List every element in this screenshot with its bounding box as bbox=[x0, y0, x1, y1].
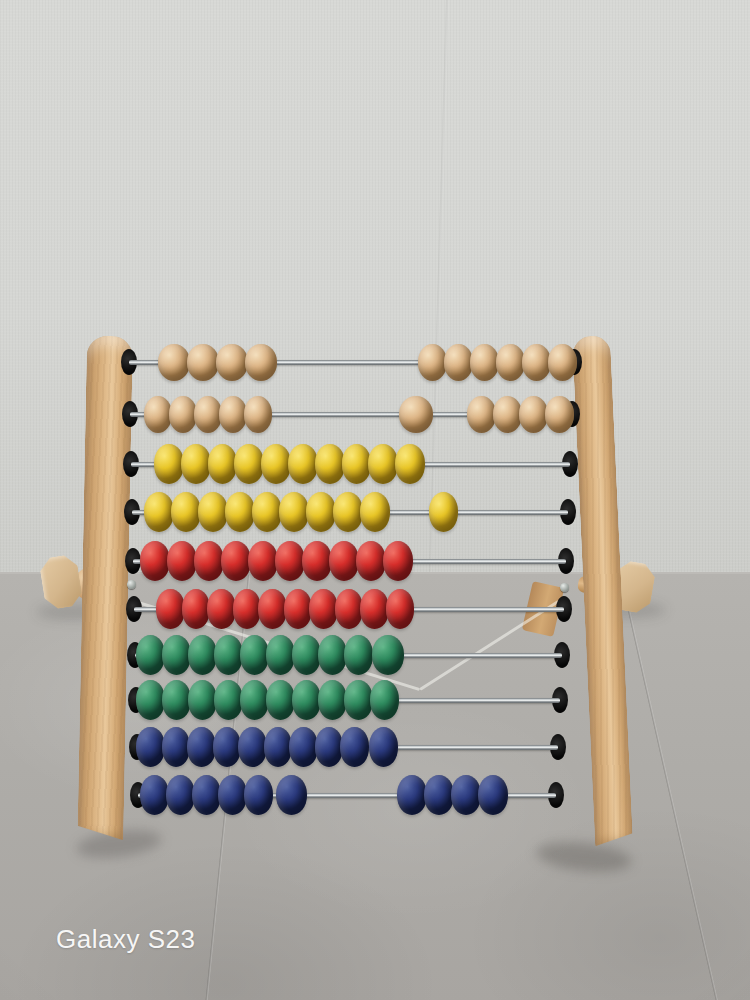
bead[interactable] bbox=[188, 680, 217, 720]
bead[interactable] bbox=[248, 541, 278, 581]
bead[interactable] bbox=[275, 541, 305, 581]
bead[interactable] bbox=[234, 444, 264, 484]
bead[interactable] bbox=[166, 775, 195, 815]
bead[interactable] bbox=[154, 444, 184, 484]
bead[interactable] bbox=[266, 680, 295, 720]
bead[interactable] bbox=[266, 635, 295, 675]
bead[interactable] bbox=[221, 541, 251, 581]
support-screw bbox=[560, 583, 569, 592]
bead[interactable] bbox=[386, 589, 415, 629]
wallpaper-seam bbox=[429, 0, 449, 572]
bead[interactable] bbox=[342, 444, 372, 484]
bead[interactable] bbox=[344, 680, 373, 720]
bead[interactable] bbox=[244, 775, 273, 815]
bead[interactable] bbox=[169, 396, 197, 433]
bead[interactable] bbox=[383, 541, 413, 581]
bead[interactable] bbox=[418, 344, 447, 381]
bead[interactable] bbox=[207, 589, 236, 629]
bead[interactable] bbox=[292, 635, 321, 675]
bead[interactable] bbox=[258, 589, 287, 629]
bead[interactable] bbox=[136, 727, 165, 767]
bead[interactable] bbox=[218, 775, 247, 815]
bead[interactable] bbox=[429, 492, 458, 532]
bead[interactable] bbox=[162, 635, 191, 675]
bead[interactable] bbox=[289, 727, 318, 767]
watermark: Galaxy S23 bbox=[56, 924, 195, 955]
bead[interactable] bbox=[545, 396, 574, 433]
bead[interactable] bbox=[315, 444, 345, 484]
bead[interactable] bbox=[318, 680, 347, 720]
bead[interactable] bbox=[214, 635, 243, 675]
bead[interactable] bbox=[158, 344, 190, 381]
bead[interactable] bbox=[360, 589, 389, 629]
bead[interactable] bbox=[261, 444, 291, 484]
bead[interactable] bbox=[496, 344, 525, 381]
bead[interactable] bbox=[309, 589, 338, 629]
bead[interactable] bbox=[397, 775, 427, 815]
bead[interactable] bbox=[240, 680, 269, 720]
bead[interactable] bbox=[219, 396, 247, 433]
bead[interactable] bbox=[478, 775, 508, 815]
bead[interactable] bbox=[306, 492, 336, 532]
bead[interactable] bbox=[368, 444, 398, 484]
bead[interactable] bbox=[344, 635, 373, 675]
bead[interactable] bbox=[156, 589, 185, 629]
bead[interactable] bbox=[238, 727, 267, 767]
bead[interactable] bbox=[292, 680, 321, 720]
bead[interactable] bbox=[208, 444, 238, 484]
bead[interactable] bbox=[470, 344, 499, 381]
bead[interactable] bbox=[233, 589, 262, 629]
bead[interactable] bbox=[198, 492, 228, 532]
bead[interactable] bbox=[333, 492, 363, 532]
bead[interactable] bbox=[284, 589, 313, 629]
bead[interactable] bbox=[356, 541, 386, 581]
bead[interactable] bbox=[315, 727, 344, 767]
bead[interactable] bbox=[192, 775, 221, 815]
bead[interactable] bbox=[329, 541, 359, 581]
bead[interactable] bbox=[519, 396, 548, 433]
bead[interactable] bbox=[171, 492, 201, 532]
bead[interactable] bbox=[244, 396, 272, 433]
bead[interactable] bbox=[187, 344, 219, 381]
bead[interactable] bbox=[467, 396, 496, 433]
bead[interactable] bbox=[140, 541, 170, 581]
bead[interactable] bbox=[194, 541, 224, 581]
bead[interactable] bbox=[493, 396, 522, 433]
bead[interactable] bbox=[216, 344, 248, 381]
support-screw bbox=[127, 580, 136, 589]
bead[interactable] bbox=[399, 396, 433, 433]
bead[interactable] bbox=[182, 589, 211, 629]
tile-grout-line bbox=[621, 580, 719, 1000]
bead[interactable] bbox=[522, 344, 551, 381]
bead[interactable] bbox=[370, 680, 399, 720]
bead[interactable] bbox=[360, 492, 390, 532]
bead[interactable] bbox=[395, 444, 425, 484]
bead[interactable] bbox=[302, 541, 332, 581]
bead[interactable] bbox=[144, 396, 172, 433]
bead[interactable] bbox=[188, 635, 217, 675]
bead[interactable] bbox=[194, 396, 222, 433]
bead[interactable] bbox=[318, 635, 347, 675]
bead[interactable] bbox=[214, 680, 243, 720]
bead[interactable] bbox=[162, 727, 191, 767]
bead[interactable] bbox=[140, 775, 169, 815]
bead[interactable] bbox=[181, 444, 211, 484]
bead[interactable] bbox=[187, 727, 216, 767]
photo-scene: Galaxy S23 bbox=[0, 0, 750, 1000]
bead[interactable] bbox=[340, 727, 369, 767]
bead[interactable] bbox=[136, 680, 165, 720]
bead[interactable] bbox=[144, 492, 174, 532]
bead[interactable] bbox=[288, 444, 318, 484]
bead[interactable] bbox=[279, 492, 309, 532]
bead[interactable] bbox=[335, 589, 364, 629]
bead[interactable] bbox=[276, 775, 307, 815]
bead[interactable] bbox=[369, 727, 398, 767]
bead[interactable] bbox=[245, 344, 277, 381]
bead[interactable] bbox=[424, 775, 454, 815]
bead[interactable] bbox=[252, 492, 282, 532]
bead[interactable] bbox=[162, 680, 191, 720]
bead[interactable] bbox=[264, 727, 293, 767]
bead[interactable] bbox=[240, 635, 269, 675]
bead[interactable] bbox=[136, 635, 165, 675]
bead[interactable] bbox=[372, 635, 404, 675]
bead[interactable] bbox=[444, 344, 473, 381]
bead[interactable] bbox=[213, 727, 242, 767]
bead[interactable] bbox=[225, 492, 255, 532]
bead[interactable] bbox=[167, 541, 197, 581]
bead[interactable] bbox=[451, 775, 481, 815]
bead[interactable] bbox=[548, 344, 577, 381]
